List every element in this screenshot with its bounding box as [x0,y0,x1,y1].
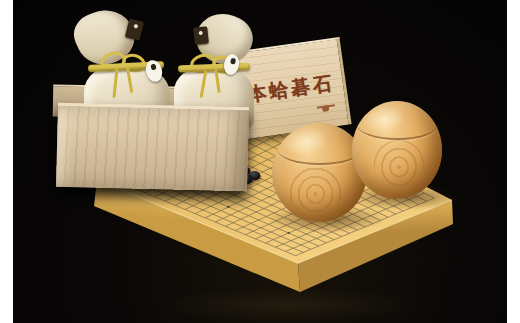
floor-reflection [153,288,423,322]
lid-calligraphy: 本蛤碁石 [246,70,337,108]
bowl-lid-seam [277,133,363,165]
bowl-wood-grain [374,140,424,189]
bag-label-dark [193,26,209,44]
bowl-wood-grain [289,167,342,217]
product-photo-stage: 本蛤碁石 [0,0,520,323]
photo-frame-right [507,0,520,323]
lid-maker-stamp [313,104,341,120]
storage-box-front [56,103,249,192]
bowl-lid-seam [357,109,438,140]
photo-area: 本蛤碁石 [13,0,507,323]
bag-label-dark [125,18,144,40]
photo-frame-left [0,0,13,323]
go-bowl-right [352,101,442,199]
